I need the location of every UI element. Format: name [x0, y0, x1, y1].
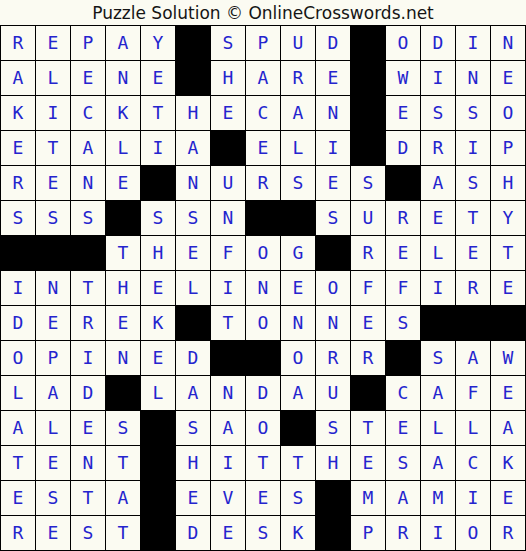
letter-cell: E: [141, 271, 175, 305]
letter-cell: E: [491, 376, 525, 410]
letter-cell: F: [211, 236, 245, 270]
block-cell: [316, 516, 350, 550]
letter-cell: T: [456, 201, 490, 235]
letter-cell: D: [421, 26, 455, 60]
letter-cell: S: [176, 201, 210, 235]
letter-cell: E: [1, 481, 35, 515]
letter-cell: H: [141, 236, 175, 270]
letter-cell: O: [1, 341, 35, 375]
letter-cell: R: [351, 341, 385, 375]
letter-cell: L: [421, 236, 455, 270]
letter-cell: W: [386, 61, 420, 95]
letter-cell: R: [421, 131, 455, 165]
letter-cell: N: [281, 306, 315, 340]
letter-cell: S: [71, 516, 105, 550]
letter-cell: L: [106, 131, 140, 165]
letter-cell: H: [176, 96, 210, 130]
letter-cell: U: [351, 201, 385, 235]
letter-cell: O: [386, 26, 420, 60]
block-cell: [316, 236, 350, 270]
letter-cell: L: [176, 271, 210, 305]
letter-cell: O: [246, 411, 280, 445]
letter-cell: E: [246, 481, 280, 515]
letter-cell: I: [456, 131, 490, 165]
letter-cell: A: [421, 376, 455, 410]
letter-cell: I: [456, 481, 490, 515]
letter-cell: T: [351, 411, 385, 445]
letter-cell: T: [211, 306, 245, 340]
block-cell: [246, 341, 280, 375]
letter-cell: E: [351, 446, 385, 480]
letter-cell: E: [176, 481, 210, 515]
letter-cell: T: [106, 516, 140, 550]
letter-cell: F: [386, 271, 420, 305]
letter-cell: R: [1, 26, 35, 60]
letter-cell: E: [36, 166, 70, 200]
letter-cell: A: [491, 411, 525, 445]
letter-cell: S: [36, 481, 70, 515]
letter-cell: E: [176, 236, 210, 270]
letter-cell: C: [456, 446, 490, 480]
letter-cell: E: [351, 306, 385, 340]
letter-cell: H: [211, 61, 245, 95]
letter-cell: K: [1, 96, 35, 130]
letter-cell: E: [71, 411, 105, 445]
letter-cell: L: [141, 376, 175, 410]
letter-cell: E: [281, 271, 315, 305]
letter-cell: E: [141, 61, 175, 95]
letter-cell: I: [456, 26, 490, 60]
letter-cell: A: [106, 26, 140, 60]
block-cell: [246, 201, 280, 235]
block-cell: [351, 26, 385, 60]
letter-cell: S: [36, 201, 70, 235]
letter-cell: I: [316, 131, 350, 165]
letter-cell: O: [456, 516, 490, 550]
letter-cell: E: [386, 411, 420, 445]
letter-cell: E: [246, 131, 280, 165]
letter-cell: I: [141, 131, 175, 165]
block-cell: [386, 166, 420, 200]
letter-cell: T: [141, 96, 175, 130]
letter-cell: A: [456, 341, 490, 375]
letter-cell: T: [36, 131, 70, 165]
letter-cell: C: [246, 96, 280, 130]
letter-cell: R: [386, 516, 420, 550]
letter-cell: M: [421, 481, 455, 515]
letter-cell: C: [71, 96, 105, 130]
letter-cell: L: [36, 61, 70, 95]
letter-cell: I: [421, 516, 455, 550]
letter-cell: N: [491, 26, 525, 60]
letter-cell: E: [106, 166, 140, 200]
letter-cell: T: [71, 271, 105, 305]
letter-cell: K: [281, 516, 315, 550]
letter-cell: S: [211, 26, 245, 60]
letter-cell: S: [456, 96, 490, 130]
letter-cell: A: [106, 481, 140, 515]
letter-cell: E: [386, 96, 420, 130]
letter-cell: A: [1, 411, 35, 445]
letter-cell: N: [211, 201, 245, 235]
puzzle-solution-page: Puzzle Solution © OnlineCrosswords.net R…: [0, 0, 526, 551]
letter-cell: T: [106, 236, 140, 270]
letter-cell: L: [456, 411, 490, 445]
letter-cell: R: [386, 201, 420, 235]
letter-cell: R: [456, 271, 490, 305]
letter-cell: I: [1, 271, 35, 305]
letter-cell: G: [281, 236, 315, 270]
letter-cell: S: [386, 306, 420, 340]
block-cell: [351, 61, 385, 95]
letter-cell: S: [421, 341, 455, 375]
letter-cell: Y: [141, 26, 175, 60]
letter-cell: F: [351, 271, 385, 305]
letter-cell: Y: [491, 201, 525, 235]
letter-cell: E: [421, 201, 455, 235]
letter-cell: S: [316, 201, 350, 235]
block-cell: [141, 516, 175, 550]
block-cell: [491, 306, 525, 340]
letter-cell: S: [176, 411, 210, 445]
letter-cell: O: [281, 341, 315, 375]
letter-cell: S: [281, 166, 315, 200]
letter-cell: K: [491, 446, 525, 480]
letter-cell: N: [246, 271, 280, 305]
letter-cell: E: [36, 26, 70, 60]
letter-cell: S: [141, 201, 175, 235]
letter-cell: N: [211, 376, 245, 410]
letter-cell: S: [351, 166, 385, 200]
letter-cell: D: [71, 376, 105, 410]
letter-cell: U: [316, 376, 350, 410]
letter-cell: U: [281, 26, 315, 60]
letter-cell: D: [316, 26, 350, 60]
letter-cell: N: [316, 306, 350, 340]
block-cell: [141, 481, 175, 515]
letter-cell: H: [491, 166, 525, 200]
letter-cell: R: [1, 516, 35, 550]
letter-cell: T: [246, 446, 280, 480]
block-cell: [211, 131, 245, 165]
letter-cell: S: [106, 411, 140, 445]
letter-cell: A: [71, 131, 105, 165]
letter-cell: O: [246, 236, 280, 270]
block-cell: [281, 201, 315, 235]
letter-cell: P: [351, 516, 385, 550]
letter-cell: I: [36, 96, 70, 130]
letter-cell: I: [71, 341, 105, 375]
block-cell: [141, 446, 175, 480]
letter-cell: D: [246, 376, 280, 410]
letter-cell: A: [1, 61, 35, 95]
letter-cell: L: [36, 411, 70, 445]
letter-cell: E: [1, 131, 35, 165]
letter-cell: D: [386, 131, 420, 165]
letter-cell: N: [456, 61, 490, 95]
letter-cell: T: [281, 446, 315, 480]
letter-cell: H: [106, 271, 140, 305]
letter-cell: E: [36, 446, 70, 480]
letter-cell: A: [211, 411, 245, 445]
letter-cell: P: [491, 131, 525, 165]
block-cell: [211, 341, 245, 375]
block-cell: [351, 376, 385, 410]
letter-cell: U: [211, 166, 245, 200]
letter-cell: H: [316, 446, 350, 480]
letter-cell: O: [316, 271, 350, 305]
page-title: Puzzle Solution © OnlineCrosswords.net: [0, 0, 526, 25]
letter-cell: D: [176, 341, 210, 375]
block-cell: [456, 306, 490, 340]
letter-cell: E: [141, 341, 175, 375]
letter-cell: E: [386, 236, 420, 270]
letter-cell: R: [351, 236, 385, 270]
letter-cell: E: [211, 516, 245, 550]
block-cell: [141, 166, 175, 200]
letter-cell: R: [71, 306, 105, 340]
crossword-grid: REPAYSPUDODINALENEHAREWINEKICKTHECANESSO…: [0, 25, 526, 551]
letter-cell: E: [71, 61, 105, 95]
letter-cell: K: [141, 306, 175, 340]
letter-cell: S: [71, 201, 105, 235]
letter-cell: A: [281, 96, 315, 130]
letter-cell: E: [106, 306, 140, 340]
letter-cell: N: [106, 61, 140, 95]
letter-cell: D: [176, 516, 210, 550]
block-cell: [106, 201, 140, 235]
letter-cell: I: [421, 271, 455, 305]
letter-cell: E: [316, 61, 350, 95]
letter-cell: M: [351, 481, 385, 515]
letter-cell: R: [246, 166, 280, 200]
letter-cell: A: [176, 131, 210, 165]
letter-cell: T: [71, 481, 105, 515]
letter-cell: V: [211, 481, 245, 515]
letter-cell: F: [456, 376, 490, 410]
letter-cell: R: [316, 341, 350, 375]
letter-cell: H: [176, 446, 210, 480]
letter-cell: L: [1, 376, 35, 410]
letter-cell: S: [456, 166, 490, 200]
block-cell: [106, 376, 140, 410]
letter-cell: S: [316, 411, 350, 445]
block-cell: [141, 411, 175, 445]
letter-cell: E: [491, 271, 525, 305]
letter-cell: S: [1, 201, 35, 235]
letter-cell: E: [491, 481, 525, 515]
block-cell: [351, 131, 385, 165]
letter-cell: P: [36, 341, 70, 375]
letter-cell: R: [281, 61, 315, 95]
letter-cell: E: [456, 236, 490, 270]
letter-cell: L: [421, 411, 455, 445]
letter-cell: I: [211, 446, 245, 480]
letter-cell: E: [36, 306, 70, 340]
letter-cell: R: [1, 166, 35, 200]
letter-cell: T: [491, 236, 525, 270]
block-cell: [351, 96, 385, 130]
block-cell: [176, 306, 210, 340]
block-cell: [421, 306, 455, 340]
letter-cell: A: [421, 446, 455, 480]
block-cell: [1, 236, 35, 270]
letter-cell: A: [386, 481, 420, 515]
letter-cell: P: [71, 26, 105, 60]
letter-cell: P: [246, 26, 280, 60]
block-cell: [316, 481, 350, 515]
block-cell: [71, 236, 105, 270]
letter-cell: E: [36, 516, 70, 550]
letter-cell: S: [281, 481, 315, 515]
letter-cell: A: [421, 166, 455, 200]
letter-cell: T: [1, 446, 35, 480]
letter-cell: O: [491, 96, 525, 130]
letter-cell: D: [1, 306, 35, 340]
letter-cell: N: [71, 446, 105, 480]
letter-cell: L: [281, 131, 315, 165]
letter-cell: E: [491, 61, 525, 95]
letter-cell: S: [421, 96, 455, 130]
letter-cell: O: [246, 306, 280, 340]
letter-cell: E: [316, 166, 350, 200]
letter-cell: C: [386, 376, 420, 410]
letter-cell: I: [421, 61, 455, 95]
block-cell: [36, 236, 70, 270]
letter-cell: N: [36, 271, 70, 305]
letter-cell: A: [176, 376, 210, 410]
letter-cell: T: [106, 446, 140, 480]
letter-cell: N: [316, 96, 350, 130]
block-cell: [281, 411, 315, 445]
letter-cell: S: [386, 446, 420, 480]
letter-cell: N: [71, 166, 105, 200]
letter-cell: N: [176, 166, 210, 200]
block-cell: [386, 341, 420, 375]
letter-cell: R: [491, 516, 525, 550]
letter-cell: A: [281, 376, 315, 410]
letter-cell: K: [106, 96, 140, 130]
letter-cell: S: [246, 516, 280, 550]
letter-cell: A: [36, 376, 70, 410]
block-cell: [176, 61, 210, 95]
letter-cell: I: [211, 271, 245, 305]
letter-cell: A: [246, 61, 280, 95]
block-cell: [176, 26, 210, 60]
letter-cell: W: [491, 341, 525, 375]
letter-cell: N: [106, 341, 140, 375]
letter-cell: E: [211, 96, 245, 130]
